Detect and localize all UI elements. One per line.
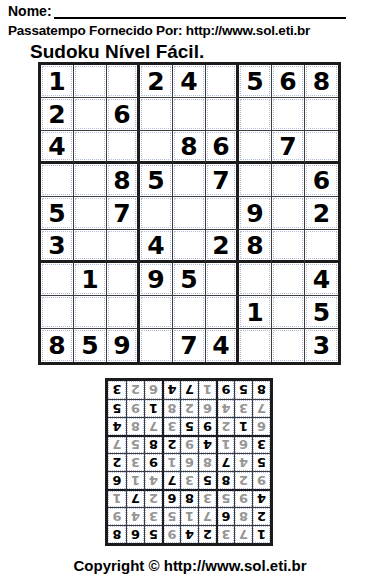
solution-cell-r1c8: 6	[126, 525, 144, 543]
solved-digit: 9	[185, 439, 194, 452]
solution-cell-r2c6: 5	[162, 507, 180, 525]
solved-digit: 3	[239, 402, 248, 415]
puzzle-cell-r7c1[interactable]	[41, 263, 74, 296]
solution-cell-r3c4: 3	[198, 489, 216, 507]
given-digit: 5	[239, 384, 248, 397]
given-digit: 8	[113, 168, 130, 193]
puzzle-cell-r5c8[interactable]	[272, 197, 305, 230]
solution-cell-r9c6: 4	[162, 381, 180, 399]
solved-digit: 4	[149, 474, 158, 487]
puzzle-cell-r6c3[interactable]	[107, 230, 140, 263]
solution-cell-r7c1: 6	[252, 417, 270, 435]
given-digit: 2	[147, 69, 164, 94]
solution-cell-r3c8: 7	[126, 489, 144, 507]
given-digit: 9	[246, 201, 263, 226]
puzzle-cell-r9c4[interactable]	[140, 329, 173, 362]
given-digit: 6	[131, 528, 140, 541]
puzzle-cell-r9c9: 3	[305, 329, 338, 362]
solved-digit: 2	[185, 402, 194, 415]
solved-digit: 2	[149, 493, 158, 506]
puzzle-cell-r6c6: 2	[206, 230, 239, 263]
solved-digit: 7	[239, 528, 248, 541]
puzzle-cell-r6c8[interactable]	[272, 230, 305, 263]
solution-cell-r9c8: 2	[126, 381, 144, 399]
solution-cell-r2c9: 9	[108, 507, 126, 525]
puzzle-cell-r1c7: 5	[239, 65, 272, 98]
solution-cell-r7c4: 9	[198, 417, 216, 435]
solution-cell-r6c9: 7	[108, 435, 126, 453]
given-digit: 5	[48, 201, 65, 226]
solution-cell-r2c8: 4	[126, 507, 144, 525]
solution-cell-r8c9: 5	[108, 399, 126, 417]
puzzle-cell-r4c3: 8	[107, 164, 140, 197]
solved-digit: 3	[167, 420, 176, 433]
puzzle-cell-r2c1: 2	[41, 98, 74, 131]
given-digit: 2	[212, 233, 229, 258]
puzzle-cell-r4c2[interactable]	[74, 164, 107, 197]
solution-cell-r6c2: 6	[234, 435, 252, 453]
copyright-text: Copyright © http://www.sol.eti.br	[0, 557, 380, 574]
solved-digit: 6	[239, 439, 248, 452]
solution-cell-r6c5: 9	[180, 435, 198, 453]
solved-digit: 6	[203, 402, 212, 415]
given-digit: 2	[48, 102, 65, 127]
puzzle-cell-r5c5[interactable]	[173, 197, 206, 230]
solution-cell-r7c2: 1	[234, 417, 252, 435]
puzzle-cell-r1c4: 2	[140, 65, 173, 98]
puzzle-cell-r4c9: 6	[305, 164, 338, 197]
solution-cell-r8c4: 6	[198, 399, 216, 417]
solution-cell-r4c3: 8	[216, 471, 234, 489]
solution-cell-r7c5: 5	[180, 417, 198, 435]
puzzle-cell-r8c6[interactable]	[206, 296, 239, 329]
puzzle-cell-r7c9: 4	[305, 263, 338, 296]
given-digit: 4	[212, 333, 229, 358]
puzzle-cell-r2c9[interactable]	[305, 98, 338, 131]
solved-digit: 4	[221, 402, 230, 415]
provided-by-text: Passatempo Fornecido Por: http://www.sol…	[8, 23, 310, 38]
solution-cell-r9c4: 1	[198, 381, 216, 399]
given-digit: 8	[48, 333, 65, 358]
solution-cell-r5c6: 1	[162, 453, 180, 471]
given-digit: 7	[167, 474, 176, 487]
given-digit: 6	[167, 493, 176, 506]
given-digit: 2	[203, 528, 212, 541]
solved-digit: 9	[112, 510, 121, 523]
given-digit: 7	[131, 493, 140, 506]
solution-cell-r3c9: 1	[108, 489, 126, 507]
given-digit: 3	[313, 333, 330, 358]
solved-digit: 6	[185, 456, 194, 469]
solution-cell-r5c5: 6	[180, 453, 198, 471]
given-digit: 9	[203, 420, 212, 433]
solution-cell-r7c8: 8	[126, 417, 144, 435]
puzzle-grid: 124568264867857657923428195415859743	[38, 62, 341, 365]
solution-cell-r8c3: 4	[216, 399, 234, 417]
given-digit: 8	[149, 439, 158, 452]
solution-cell-r5c8: 3	[126, 453, 144, 471]
solution-cell-r1c3: 3	[216, 525, 234, 543]
given-digit: 2	[257, 510, 266, 523]
given-digit: 9	[147, 267, 164, 292]
puzzle-cell-r1c2[interactable]	[74, 65, 107, 98]
puzzle-cell-r9c6: 4	[206, 329, 239, 362]
puzzle-cell-r6c2[interactable]	[74, 230, 107, 263]
solution-cell-r6c4: 4	[198, 435, 216, 453]
puzzle-cell-r5c1: 5	[41, 197, 74, 230]
given-digit: 1	[246, 300, 263, 325]
given-digit: 2	[313, 201, 330, 226]
puzzle-cell-r9c8[interactable]	[272, 329, 305, 362]
puzzle-cell-r2c4[interactable]	[140, 98, 173, 131]
solution-cell-r5c2: 4	[234, 453, 252, 471]
given-digit: 1	[81, 267, 98, 292]
solved-digit: 6	[257, 420, 266, 433]
solved-digit: 8	[167, 402, 176, 415]
given-digit: 5	[185, 420, 194, 433]
given-digit: 1	[239, 420, 248, 433]
solution-cell-r4c7: 4	[144, 471, 162, 489]
puzzle-cell-r6c5[interactable]	[173, 230, 206, 263]
solution-cell-r9c9: 3	[108, 381, 126, 399]
solved-digit: 7	[257, 402, 266, 415]
solved-digit: 5	[131, 439, 140, 452]
puzzle-cell-r3c8: 7	[272, 131, 305, 164]
solution-cell-r3c5: 8	[180, 489, 198, 507]
puzzle-cell-r4c1[interactable]	[41, 164, 74, 197]
puzzle-cell-r2c3: 6	[107, 98, 140, 131]
sudoku-sheet: Nome: Passatempo Fornecido Por: http://w…	[0, 0, 380, 585]
puzzle-cell-r3c7[interactable]	[239, 131, 272, 164]
puzzle-cell-r7c5: 5	[173, 263, 206, 296]
solution-cell-r3c3: 5	[216, 489, 234, 507]
puzzle-cell-r3c3[interactable]	[107, 131, 140, 164]
solved-digit: 1	[167, 456, 176, 469]
given-digit: 4	[167, 384, 176, 397]
puzzle-cell-r8c9: 5	[305, 296, 338, 329]
solved-digit: 8	[239, 510, 248, 523]
solution-cell-r9c5: 7	[180, 381, 198, 399]
puzzle-cell-r9c2: 5	[74, 329, 107, 362]
solved-digit: 9	[239, 493, 248, 506]
given-digit: 1	[149, 402, 158, 415]
puzzle-cell-r6c7: 8	[239, 230, 272, 263]
given-digit: 5	[257, 456, 266, 469]
solved-digit: 1	[185, 510, 194, 523]
solution-cell-r6c8: 5	[126, 435, 144, 453]
puzzle-cell-r3c6: 6	[206, 131, 239, 164]
given-digit: 8	[180, 134, 197, 159]
puzzle-cell-r3c5: 8	[173, 131, 206, 164]
puzzle-cell-r3c1: 4	[41, 131, 74, 164]
given-digit: 5	[180, 267, 197, 292]
solution-cell-r1c5: 4	[180, 525, 198, 543]
solved-digit: 8	[203, 456, 212, 469]
solved-digit: 3	[203, 493, 212, 506]
given-digit: 2	[112, 456, 121, 469]
solution-cell-r1c2: 7	[234, 525, 252, 543]
solution-cell-r2c4: 7	[198, 507, 216, 525]
solved-digit: 2	[221, 420, 230, 433]
given-digit: 8	[246, 233, 263, 258]
puzzle-cell-r3c9[interactable]	[305, 131, 338, 164]
puzzle-cell-r7c2: 1	[74, 263, 107, 296]
given-digit: 8	[313, 69, 330, 94]
solution-cell-r3c2: 9	[234, 489, 252, 507]
solution-cell-r4c4: 5	[198, 471, 216, 489]
solution-cell-r9c1: 8	[252, 381, 270, 399]
solved-digit: 4	[239, 456, 248, 469]
puzzle-cell-r2c2[interactable]	[74, 98, 107, 131]
given-digit: 4	[203, 439, 212, 452]
puzzle-cell-r9c7[interactable]	[239, 329, 272, 362]
solution-cell-r8c8: 9	[126, 399, 144, 417]
solution-cell-r6c1: 3	[252, 435, 270, 453]
puzzle-cell-r9c5: 7	[173, 329, 206, 362]
puzzle-cell-r8c1[interactable]	[41, 296, 74, 329]
puzzle-cell-r2c6[interactable]	[206, 98, 239, 131]
solved-digit: 3	[131, 456, 140, 469]
puzzle-cell-r9c3: 9	[107, 329, 140, 362]
solution-cell-r7c6: 3	[162, 417, 180, 435]
puzzle-cell-r5c2[interactable]	[74, 197, 107, 230]
solution-cell-r4c6: 7	[162, 471, 180, 489]
solution-cell-r9c7: 6	[144, 381, 162, 399]
given-digit: 2	[167, 439, 176, 452]
puzzle-cell-r1c3[interactable]	[107, 65, 140, 98]
puzzle-cell-r5c7: 9	[239, 197, 272, 230]
puzzle-cell-r8c7: 1	[239, 296, 272, 329]
puzzle-cell-r5c9: 2	[305, 197, 338, 230]
puzzle-cell-r7c4: 9	[140, 263, 173, 296]
puzzle-cell-r7c8[interactable]	[272, 263, 305, 296]
given-digit: 6	[112, 474, 121, 487]
solution-cell-r5c7: 9	[144, 453, 162, 471]
solution-cell-r7c3: 2	[216, 417, 234, 435]
solution-cell-r7c9: 4	[108, 417, 126, 435]
given-digit: 9	[221, 384, 230, 397]
solved-digit: 5	[167, 510, 176, 523]
puzzle-cell-r2c5[interactable]	[173, 98, 206, 131]
solved-digit: 1	[203, 384, 212, 397]
solution-cell-r6c6: 2	[162, 435, 180, 453]
puzzle-cell-r5c3: 7	[107, 197, 140, 230]
puzzle-cell-r3c2[interactable]	[74, 131, 107, 164]
solved-digit: 5	[221, 493, 230, 506]
solved-digit: 4	[131, 510, 140, 523]
solution-cell-r2c5: 1	[180, 507, 198, 525]
puzzle-cell-r1c1: 1	[41, 65, 74, 98]
given-digit: 4	[313, 267, 330, 292]
solution-cell-r5c3: 7	[216, 453, 234, 471]
given-digit: 5	[149, 528, 158, 541]
given-digit: 7	[279, 134, 296, 159]
given-digit: 7	[113, 201, 130, 226]
solution-cell-r2c2: 8	[234, 507, 252, 525]
given-digit: 3	[257, 439, 266, 452]
given-digit: 4	[112, 420, 121, 433]
solution-cell-r1c1: 1	[252, 525, 270, 543]
given-digit: 4	[180, 69, 197, 94]
given-digit: 4	[257, 493, 266, 506]
solution-cell-r2c7: 3	[144, 507, 162, 525]
puzzle-cell-r8c2[interactable]	[74, 296, 107, 329]
given-digit: 6	[212, 134, 229, 159]
puzzle-cell-r6c1: 3	[41, 230, 74, 263]
name-label: Nome:	[8, 3, 52, 19]
solution-cell-r8c2: 3	[234, 399, 252, 417]
puzzle-cell-r2c8[interactable]	[272, 98, 305, 131]
puzzle-cell-r4c5[interactable]	[173, 164, 206, 197]
solution-cell-r1c9: 8	[108, 525, 126, 543]
solution-cell-r8c6: 8	[162, 399, 180, 417]
given-digit: 7	[212, 168, 229, 193]
puzzle-cell-r8c8[interactable]	[272, 296, 305, 329]
solution-cell-r8c1: 7	[252, 399, 270, 417]
solution-cell-r5c4: 8	[198, 453, 216, 471]
puzzle-cell-r8c4[interactable]	[140, 296, 173, 329]
solved-digit: 9	[131, 402, 140, 415]
solution-cell-r4c2: 2	[234, 471, 252, 489]
solution-cell-r3c6: 6	[162, 489, 180, 507]
given-digit: 7	[221, 456, 230, 469]
name-row: Nome:	[8, 3, 346, 19]
puzzle-cell-r1c6[interactable]	[206, 65, 239, 98]
solution-cell-r8c7: 1	[144, 399, 162, 417]
puzzle-cell-r2c7[interactable]	[239, 98, 272, 131]
puzzle-cell-r4c4: 5	[140, 164, 173, 197]
given-digit: 8	[257, 384, 266, 397]
given-digit: 4	[185, 528, 194, 541]
puzzle-cell-r1c9: 8	[305, 65, 338, 98]
solution-cell-r4c1: 9	[252, 471, 270, 489]
given-digit: 3	[112, 384, 121, 397]
solution-cell-r2c3: 6	[216, 507, 234, 525]
solved-digit: 1	[131, 474, 140, 487]
solved-digit: 3	[185, 474, 194, 487]
page-title: Sudoku Nível Fácil.	[30, 41, 204, 63]
puzzle-cell-r9c1: 8	[41, 329, 74, 362]
puzzle-cell-r6c9[interactable]	[305, 230, 338, 263]
given-digit: 7	[185, 384, 194, 397]
puzzle-cell-r4c7[interactable]	[239, 164, 272, 197]
solved-digit: 9	[257, 474, 266, 487]
solution-cell-r1c7: 5	[144, 525, 162, 543]
given-digit: 1	[257, 528, 266, 541]
puzzle-cell-r3c4[interactable]	[140, 131, 173, 164]
given-digit: 9	[149, 456, 158, 469]
given-digit: 1	[48, 69, 65, 94]
solution-cell-r1c4: 2	[198, 525, 216, 543]
solution-cell-r8c5: 2	[180, 399, 198, 417]
solution-cell-r4c8: 1	[126, 471, 144, 489]
solution-cell-r5c1: 5	[252, 453, 270, 471]
given-digit: 8	[221, 474, 230, 487]
solved-digit: 7	[112, 439, 121, 452]
puzzle-cell-r8c3[interactable]	[107, 296, 140, 329]
solved-digit: 9	[167, 528, 176, 541]
solution-cell-r1c6: 9	[162, 525, 180, 543]
puzzle-cell-r1c8: 6	[272, 65, 305, 98]
given-digit: 4	[48, 134, 65, 159]
name-underline	[54, 3, 346, 19]
solution-cell-r9c2: 5	[234, 381, 252, 399]
given-digit: 5	[81, 333, 98, 358]
solved-digit: 3	[149, 510, 158, 523]
given-digit: 4	[147, 233, 164, 258]
puzzle-cell-r8c5[interactable]	[173, 296, 206, 329]
given-digit: 5	[147, 168, 164, 193]
solved-digit: 8	[131, 420, 140, 433]
given-digit: 8	[185, 493, 194, 506]
puzzle-cell-r5c4[interactable]	[140, 197, 173, 230]
given-digit: 9	[113, 333, 130, 358]
solution-cell-r4c9: 6	[108, 471, 126, 489]
given-digit: 3	[48, 233, 65, 258]
solution-cell-r6c7: 8	[144, 435, 162, 453]
solution-cell-r4c5: 3	[180, 471, 198, 489]
given-digit: 5	[246, 69, 263, 94]
given-digit: 6	[221, 510, 230, 523]
solved-digit: 6	[149, 384, 158, 397]
solved-digit: 1	[221, 439, 230, 452]
puzzle-cell-r4c6: 7	[206, 164, 239, 197]
solved-digit: 3	[221, 528, 230, 541]
puzzle-cell-r6c4: 4	[140, 230, 173, 263]
solution-cell-r3c7: 2	[144, 489, 162, 507]
puzzle-cell-r7c7[interactable]	[239, 263, 272, 296]
puzzle-cell-r5c6[interactable]	[206, 197, 239, 230]
given-digit: 6	[313, 168, 330, 193]
solution-cell-r6c3: 1	[216, 435, 234, 453]
solution-cell-r9c3: 9	[216, 381, 234, 399]
given-digit: 5	[112, 402, 121, 415]
solution-cell-r7c7: 7	[144, 417, 162, 435]
solved-digit: 2	[131, 384, 140, 397]
puzzle-cell-r1c5: 4	[173, 65, 206, 98]
solution-cell-r5c9: 2	[108, 453, 126, 471]
solution-cell-r3c1: 4	[252, 489, 270, 507]
solved-digit: 1	[112, 493, 121, 506]
given-digit: 6	[113, 102, 130, 127]
given-digit: 8	[112, 528, 121, 541]
given-digit: 5	[203, 474, 212, 487]
solution-cell-r2c1: 2	[252, 507, 270, 525]
solved-digit: 7	[203, 510, 212, 523]
puzzle-cell-r7c6[interactable]	[206, 263, 239, 296]
given-digit: 6	[279, 69, 296, 94]
puzzle-cell-r4c8[interactable]	[272, 164, 305, 197]
solved-digit: 2	[239, 474, 248, 487]
solved-digit: 7	[149, 420, 158, 433]
solution-grid: 1732495682867153494953862719285374165478…	[105, 378, 273, 546]
given-digit: 7	[180, 333, 197, 358]
given-digit: 5	[313, 300, 330, 325]
puzzle-cell-r7c3[interactable]	[107, 263, 140, 296]
